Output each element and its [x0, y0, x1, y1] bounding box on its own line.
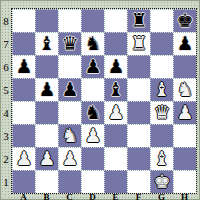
square-g6[interactable] — [150, 55, 173, 78]
rank-label-7: 7 — [1, 32, 11, 55]
file-label-a: A — [12, 193, 35, 200]
square-a3[interactable] — [12, 124, 35, 147]
square-e7[interactable] — [104, 32, 127, 55]
square-c7[interactable]: ♛ — [58, 32, 81, 55]
file-label-b: B — [35, 193, 58, 200]
rank-label-2: 2 — [1, 147, 11, 170]
square-f8[interactable]: ♜ — [127, 9, 150, 32]
piece-white-queen[interactable]: ♛ — [153, 101, 170, 124]
square-f3[interactable] — [127, 124, 150, 147]
chess-board-frame: 87654321 ♜♚♝♛♞♜♟♟♟♟♟♟♝♝♞♞♟♛♟♞♟♟♟♟♝♚ ABCD… — [0, 0, 200, 200]
square-h3[interactable] — [173, 124, 196, 147]
square-d4[interactable]: ♞ — [81, 101, 104, 124]
square-b7[interactable]: ♝ — [35, 32, 58, 55]
square-g8[interactable] — [150, 9, 173, 32]
piece-black-king[interactable]: ♚ — [176, 9, 193, 32]
square-a4[interactable] — [12, 101, 35, 124]
square-b3[interactable] — [35, 124, 58, 147]
square-f6[interactable] — [127, 55, 150, 78]
piece-black-queen[interactable]: ♛ — [61, 32, 78, 55]
square-a2[interactable]: ♟ — [12, 147, 35, 170]
square-d7[interactable]: ♞ — [81, 32, 104, 55]
piece-white-rook[interactable]: ♜ — [130, 32, 147, 55]
square-a1[interactable] — [12, 170, 35, 193]
piece-white-pawn[interactable]: ♟ — [15, 147, 32, 170]
square-a6[interactable]: ♟ — [12, 55, 35, 78]
square-d2[interactable] — [81, 147, 104, 170]
square-g7[interactable] — [150, 32, 173, 55]
square-d8[interactable] — [81, 9, 104, 32]
piece-black-rook[interactable]: ♜ — [130, 9, 147, 32]
chess-board: ♜♚♝♛♞♜♟♟♟♟♟♟♝♝♞♞♟♛♟♞♟♟♟♟♝♚ — [11, 8, 197, 194]
piece-black-knight[interactable]: ♞ — [84, 32, 101, 55]
piece-black-pawn[interactable]: ♟ — [107, 55, 124, 78]
piece-black-pawn[interactable]: ♟ — [176, 32, 193, 55]
piece-white-knight[interactable]: ♞ — [176, 78, 193, 101]
square-c1[interactable] — [58, 170, 81, 193]
square-h5[interactable]: ♞ — [173, 78, 196, 101]
square-c2[interactable]: ♟ — [58, 147, 81, 170]
square-e1[interactable] — [104, 170, 127, 193]
square-h7[interactable]: ♟ — [173, 32, 196, 55]
square-e3[interactable] — [104, 124, 127, 147]
square-d1[interactable] — [81, 170, 104, 193]
piece-black-pawn[interactable]: ♟ — [61, 78, 78, 101]
square-e8[interactable] — [104, 9, 127, 32]
square-g5[interactable]: ♝ — [150, 78, 173, 101]
square-h8[interactable]: ♚ — [173, 9, 196, 32]
rank-label-3: 3 — [1, 124, 11, 147]
piece-white-bishop[interactable]: ♝ — [153, 78, 170, 101]
square-a5[interactable] — [12, 78, 35, 101]
piece-white-pawn[interactable]: ♟ — [61, 147, 78, 170]
square-c5[interactable]: ♟ — [58, 78, 81, 101]
square-g1[interactable]: ♚ — [150, 170, 173, 193]
square-h4[interactable]: ♟ — [173, 101, 196, 124]
square-g4[interactable]: ♛ — [150, 101, 173, 124]
file-label-g: G — [150, 193, 173, 200]
square-h1[interactable] — [173, 170, 196, 193]
square-e2[interactable] — [104, 147, 127, 170]
square-d5[interactable] — [81, 78, 104, 101]
file-label-e: E — [104, 193, 127, 200]
square-c3[interactable]: ♞ — [58, 124, 81, 147]
square-g2[interactable]: ♝ — [150, 147, 173, 170]
square-a7[interactable] — [12, 32, 35, 55]
piece-white-bishop[interactable]: ♝ — [153, 147, 170, 170]
square-f2[interactable] — [127, 147, 150, 170]
file-label-f: F — [127, 193, 150, 200]
file-label-h: H — [173, 193, 196, 200]
piece-white-pawn[interactable]: ♟ — [38, 147, 55, 170]
square-c6[interactable] — [58, 55, 81, 78]
file-label-c: C — [58, 193, 81, 200]
rank-label-5: 5 — [1, 78, 11, 101]
rank-label-1: 1 — [1, 170, 11, 193]
piece-white-knight[interactable]: ♞ — [61, 124, 78, 147]
square-b8[interactable] — [35, 9, 58, 32]
square-f7[interactable]: ♜ — [127, 32, 150, 55]
piece-white-pawn[interactable]: ♟ — [84, 124, 101, 147]
square-f4[interactable] — [127, 101, 150, 124]
piece-black-pawn[interactable]: ♟ — [38, 78, 55, 101]
piece-black-bishop[interactable]: ♝ — [38, 32, 55, 55]
piece-black-bishop[interactable]: ♝ — [107, 78, 124, 101]
square-e6[interactable]: ♟ — [104, 55, 127, 78]
piece-black-knight[interactable]: ♞ — [84, 101, 101, 124]
square-b1[interactable] — [35, 170, 58, 193]
square-b5[interactable]: ♟ — [35, 78, 58, 101]
piece-black-pawn[interactable]: ♟ — [15, 55, 32, 78]
square-c8[interactable] — [58, 9, 81, 32]
square-c4[interactable] — [58, 101, 81, 124]
rank-label-8: 8 — [1, 9, 11, 32]
square-e5[interactable]: ♝ — [104, 78, 127, 101]
square-b6[interactable] — [35, 55, 58, 78]
file-label-d: D — [81, 193, 104, 200]
piece-white-pawn[interactable]: ♟ — [107, 101, 124, 124]
file-labels: ABCDEFGH — [12, 193, 196, 200]
square-a8[interactable] — [12, 9, 35, 32]
square-h6[interactable] — [173, 55, 196, 78]
square-d3[interactable]: ♟ — [81, 124, 104, 147]
square-g3[interactable] — [150, 124, 173, 147]
square-b2[interactable]: ♟ — [35, 147, 58, 170]
rank-label-6: 6 — [1, 55, 11, 78]
rank-label-4: 4 — [1, 101, 11, 124]
rank-labels: 87654321 — [1, 9, 11, 193]
piece-white-pawn[interactable]: ♟ — [176, 101, 193, 124]
piece-white-king[interactable]: ♚ — [153, 170, 170, 193]
square-b4[interactable] — [35, 101, 58, 124]
square-e4[interactable]: ♟ — [104, 101, 127, 124]
square-f5[interactable] — [127, 78, 150, 101]
piece-black-pawn[interactable]: ♟ — [84, 55, 101, 78]
square-d6[interactable]: ♟ — [81, 55, 104, 78]
square-f1[interactable] — [127, 170, 150, 193]
square-h2[interactable] — [173, 147, 196, 170]
